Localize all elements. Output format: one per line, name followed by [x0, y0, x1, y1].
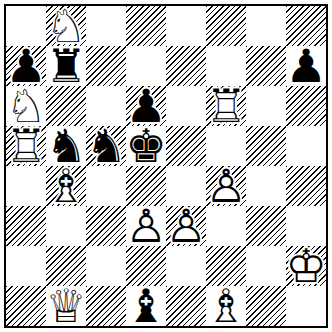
piece-backing: ♞: [46, 6, 86, 46]
square-d8[interactable]: [126, 6, 166, 46]
white-bishop-b4: ♗: [46, 166, 86, 206]
square-c7[interactable]: [86, 46, 126, 86]
white-knight-a6: ♘: [6, 86, 46, 126]
white-pawn-d3: ♙: [126, 206, 166, 246]
square-a2[interactable]: [6, 246, 46, 286]
square-g3[interactable]: [246, 206, 286, 246]
chessboard-frame: ♞♘♟♜♟♞♘♟♜♖♜♖♞♞♚♝♗♟♙♟♙♟♙♚♔♛♕♝♝♗: [0, 0, 332, 332]
square-f3[interactable]: [206, 206, 246, 246]
square-c3[interactable]: [86, 206, 126, 246]
square-h1[interactable]: [286, 286, 326, 326]
square-e3[interactable]: ♟♙: [166, 206, 206, 246]
white-rook-a5: ♖: [6, 126, 46, 166]
piece-backing: ♜: [206, 86, 246, 126]
black-knight-b5: ♞: [46, 126, 86, 166]
square-h8[interactable]: [286, 6, 326, 46]
white-king-h2: ♔: [286, 246, 326, 286]
white-pawn-f4: ♙: [206, 166, 246, 206]
square-g6[interactable]: [246, 86, 286, 126]
square-e1[interactable]: [166, 286, 206, 326]
square-g7[interactable]: [246, 46, 286, 86]
square-a8[interactable]: [6, 6, 46, 46]
square-e2[interactable]: [166, 246, 206, 286]
square-c4[interactable]: [86, 166, 126, 206]
square-g2[interactable]: [246, 246, 286, 286]
white-rook-f6: ♖: [206, 86, 246, 126]
black-pawn-a7: ♟: [6, 46, 46, 86]
square-c6[interactable]: [86, 86, 126, 126]
piece-backing: ♟: [206, 166, 246, 206]
piece-backing: ♟: [166, 206, 206, 246]
square-b7[interactable]: ♜: [46, 46, 86, 86]
square-b4[interactable]: ♝♗: [46, 166, 86, 206]
square-h3[interactable]: [286, 206, 326, 246]
square-a3[interactable]: [6, 206, 46, 246]
square-a5[interactable]: ♜♖: [6, 126, 46, 166]
square-e6[interactable]: [166, 86, 206, 126]
square-h5[interactable]: [286, 126, 326, 166]
black-pawn-h7: ♟: [286, 46, 326, 86]
black-king-d5: ♚: [126, 126, 166, 166]
black-pawn-d6: ♟: [126, 86, 166, 126]
square-d7[interactable]: [126, 46, 166, 86]
piece-backing: ♜: [6, 126, 46, 166]
square-b5[interactable]: ♞: [46, 126, 86, 166]
square-d1[interactable]: ♝: [126, 286, 166, 326]
square-a1[interactable]: [6, 286, 46, 326]
square-h6[interactable]: [286, 86, 326, 126]
square-d5[interactable]: ♚: [126, 126, 166, 166]
square-a7[interactable]: ♟: [6, 46, 46, 86]
square-g1[interactable]: [246, 286, 286, 326]
square-a4[interactable]: [6, 166, 46, 206]
square-h4[interactable]: [286, 166, 326, 206]
square-d4[interactable]: [126, 166, 166, 206]
square-g8[interactable]: [246, 6, 286, 46]
chess-board: ♞♘♟♜♟♞♘♟♜♖♜♖♞♞♚♝♗♟♙♟♙♟♙♚♔♛♕♝♝♗: [4, 4, 328, 328]
black-knight-c5: ♞: [86, 126, 126, 166]
piece-backing: ♟: [126, 206, 166, 246]
square-f2[interactable]: [206, 246, 246, 286]
square-c5[interactable]: ♞: [86, 126, 126, 166]
square-c8[interactable]: [86, 6, 126, 46]
square-d6[interactable]: ♟: [126, 86, 166, 126]
square-c2[interactable]: [86, 246, 126, 286]
white-bishop-f1: ♗: [206, 286, 246, 326]
square-e4[interactable]: [166, 166, 206, 206]
square-f4[interactable]: ♟♙: [206, 166, 246, 206]
piece-backing: ♛: [46, 286, 86, 326]
black-rook-b7: ♜: [46, 46, 86, 86]
square-b3[interactable]: [46, 206, 86, 246]
white-knight-b8: ♘: [46, 6, 86, 46]
square-b6[interactable]: [46, 86, 86, 126]
square-d2[interactable]: [126, 246, 166, 286]
square-f5[interactable]: [206, 126, 246, 166]
square-f6[interactable]: ♜♖: [206, 86, 246, 126]
square-f1[interactable]: ♝♗: [206, 286, 246, 326]
piece-backing: ♝: [46, 166, 86, 206]
square-d3[interactable]: ♟♙: [126, 206, 166, 246]
piece-backing: ♞: [6, 86, 46, 126]
square-g5[interactable]: [246, 126, 286, 166]
piece-backing: ♝: [206, 286, 246, 326]
square-e7[interactable]: [166, 46, 206, 86]
square-b2[interactable]: [46, 246, 86, 286]
square-c1[interactable]: [86, 286, 126, 326]
white-pawn-e3: ♙: [166, 206, 206, 246]
piece-backing: ♚: [286, 246, 326, 286]
white-queen-b1: ♕: [46, 286, 86, 326]
square-f8[interactable]: [206, 6, 246, 46]
square-b1[interactable]: ♛♕: [46, 286, 86, 326]
square-h2[interactable]: ♚♔: [286, 246, 326, 286]
square-f7[interactable]: [206, 46, 246, 86]
black-bishop-d1: ♝: [126, 286, 166, 326]
square-b8[interactable]: ♞♘: [46, 6, 86, 46]
square-a6[interactable]: ♞♘: [6, 86, 46, 126]
square-e8[interactable]: [166, 6, 206, 46]
square-e5[interactable]: [166, 126, 206, 166]
square-h7[interactable]: ♟: [286, 46, 326, 86]
square-g4[interactable]: [246, 166, 286, 206]
